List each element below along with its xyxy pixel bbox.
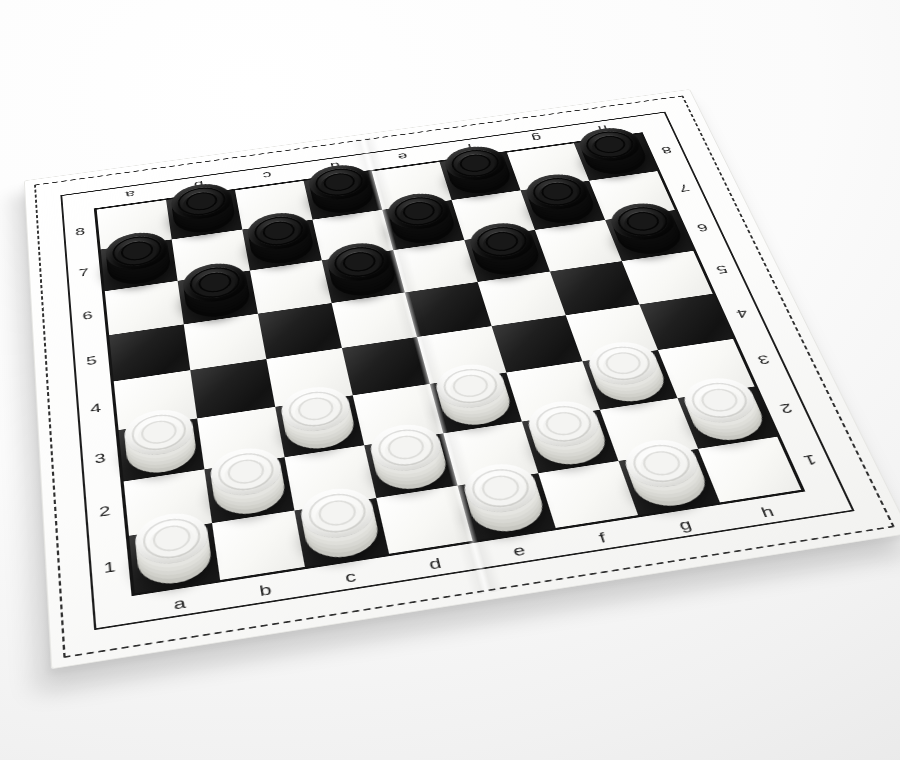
piece-glyph: ● [393,194,444,228]
piece-glyph: ● [132,411,185,454]
piece-glyph: ● [288,388,344,430]
file-label-bottom-a: a [162,593,198,614]
piece-glyph: ● [333,244,385,280]
black-piece-f8[interactable]: ● [441,143,511,184]
file-label-top-a: a [116,187,144,201]
square-a1[interactable]: ● [129,523,220,593]
file-label-top-e: e [388,150,417,163]
rank-label-right-7: 7 [668,181,700,195]
piece-glyph: ● [113,233,161,268]
file-label-bottom-e: e [500,541,537,561]
file-label-bottom-b: b [247,580,283,601]
rank-label-left-8: 8 [66,225,95,239]
piece-glyph: ● [315,166,364,199]
rank-label-left-2: 2 [88,502,122,521]
rank-label-left-1: 1 [92,557,127,577]
piece-glyph: ● [470,465,532,511]
file-label-top-c: c [253,168,282,182]
piece-glyph: ● [531,175,584,209]
file-label-top-g: g [522,131,552,144]
rank-label-left-4: 4 [80,400,112,417]
file-label-bottom-d: d [417,554,454,574]
rank-label-right-8: 8 [651,143,682,156]
piece-glyph: ● [190,264,240,301]
board-frame: 8765432187654321abcdefghabcdefgh ●●●●●●●… [60,112,854,631]
rank-label-right-5: 5 [705,262,739,277]
rank-label-right-2: 2 [768,399,805,417]
rank-label-right-3: 3 [746,351,782,368]
piece-glyph: ● [593,343,653,384]
piece-glyph: ● [442,365,500,406]
piece-glyph: ● [308,490,367,537]
file-label-bottom-c: c [332,567,369,588]
rank-label-left-6: 6 [72,308,102,324]
piece-glyph: ● [377,426,435,470]
piece-glyph: ● [178,185,225,218]
black-piece-d8[interactable]: ● [306,162,374,203]
file-label-bottom-h: h [748,502,787,522]
piece-glyph: ● [254,214,304,249]
piece-glyph: ● [630,441,694,486]
square-b1[interactable] [212,511,305,581]
rank-label-right-6: 6 [686,220,719,235]
board-sheet: 8765432187654321abcdefghabcdefgh ●●●●●●●… [24,89,900,669]
rank-label-right-1: 1 [791,450,829,469]
piece-glyph: ● [688,379,751,421]
piece-glyph: ● [534,402,595,445]
rank-label-left-3: 3 [84,449,117,467]
piece-glyph: ● [584,129,637,161]
piece-glyph: ● [450,147,501,179]
square-c1[interactable]: ● [294,498,389,567]
photo-background: 8765432187654321abcdefghabcdefgh ●●●●●●●… [0,0,900,760]
piece-glyph: ● [615,204,671,239]
rank-label-right-4: 4 [725,305,760,321]
rank-label-left-7: 7 [69,265,98,280]
file-label-bottom-g: g [666,515,704,535]
square-d1[interactable] [376,486,472,554]
black-piece-h8[interactable]: ● [574,125,646,165]
piece-glyph: ● [144,515,201,563]
piece-glyph: ● [475,224,529,259]
cut-dashed-border: 8765432187654321abcdefghabcdefgh ●●●●●●●… [34,95,895,658]
black-piece-b8[interactable]: ● [169,181,235,223]
piece-glyph: ● [218,449,274,494]
rank-label-left-5: 5 [76,353,107,370]
board-grid: ●●●●●●●●●●●●●●●●●●●●●●●● [94,132,806,596]
file-label-bottom-f: f [584,528,622,548]
